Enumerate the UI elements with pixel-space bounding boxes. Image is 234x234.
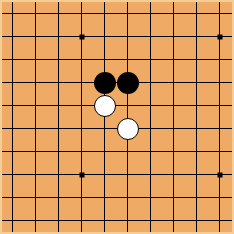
board-cell[interactable]	[208, 71, 231, 94]
board-cell[interactable]	[24, 25, 47, 48]
board-cell[interactable]	[24, 163, 47, 186]
board-cell[interactable]	[162, 117, 185, 140]
board-cell[interactable]	[185, 71, 208, 94]
star-point	[217, 172, 222, 177]
board-cell[interactable]	[208, 94, 231, 117]
star-point	[79, 34, 84, 39]
board-cell[interactable]	[2, 209, 24, 232]
board-cell[interactable]	[70, 94, 93, 117]
board-cell[interactable]	[70, 186, 93, 209]
board-cell[interactable]	[47, 71, 70, 94]
go-board	[2, 2, 232, 232]
board-cell[interactable]	[162, 186, 185, 209]
board-cell[interactable]	[93, 140, 116, 163]
board-cell[interactable]	[93, 48, 116, 71]
board-cell[interactable]	[70, 163, 93, 186]
board-cell[interactable]	[24, 48, 47, 71]
white-stone	[117, 118, 139, 140]
board-cell[interactable]	[47, 117, 70, 140]
board-cell[interactable]	[162, 163, 185, 186]
board-cell[interactable]	[116, 25, 139, 48]
board-cell[interactable]	[208, 209, 231, 232]
board-cell[interactable]	[70, 25, 93, 48]
board-cell[interactable]	[208, 117, 231, 140]
board-cell[interactable]	[93, 163, 116, 186]
board-cell[interactable]	[2, 94, 24, 117]
board-cell[interactable]	[47, 2, 70, 25]
board-cell[interactable]	[47, 48, 70, 71]
board-cell[interactable]	[116, 209, 139, 232]
board-cell[interactable]	[139, 2, 162, 25]
go-board-diagram	[0, 0, 234, 234]
board-cell[interactable]	[208, 163, 231, 186]
board-cell[interactable]	[70, 117, 93, 140]
board-cell[interactable]	[139, 186, 162, 209]
board-cell[interactable]	[93, 186, 116, 209]
board-cell[interactable]	[2, 163, 24, 186]
board-cell[interactable]	[208, 48, 231, 71]
board-cell[interactable]	[24, 94, 47, 117]
star-point	[217, 34, 222, 39]
board-cell[interactable]	[24, 71, 47, 94]
board-cell[interactable]	[162, 140, 185, 163]
board-cell[interactable]	[70, 71, 93, 94]
board-cell[interactable]	[208, 140, 231, 163]
board-cell[interactable]	[47, 140, 70, 163]
board-cell[interactable]	[93, 209, 116, 232]
board-cell[interactable]	[70, 2, 93, 25]
board-cell[interactable]	[116, 94, 139, 117]
board-cell[interactable]	[47, 186, 70, 209]
board-cell[interactable]	[185, 2, 208, 25]
board-cell[interactable]	[93, 94, 116, 117]
board-cell[interactable]	[139, 140, 162, 163]
board-cell[interactable]	[208, 2, 231, 25]
board-cell[interactable]	[116, 140, 139, 163]
board-cell[interactable]	[162, 94, 185, 117]
board-cell[interactable]	[208, 186, 231, 209]
board-cell[interactable]	[185, 117, 208, 140]
board-cell[interactable]	[139, 163, 162, 186]
board-cell[interactable]	[24, 186, 47, 209]
board-cell[interactable]	[70, 48, 93, 71]
board-cell[interactable]	[208, 25, 231, 48]
board-cell[interactable]	[185, 48, 208, 71]
board-cell[interactable]	[2, 186, 24, 209]
board-cell[interactable]	[47, 94, 70, 117]
board-cell[interactable]	[2, 71, 24, 94]
board-cell[interactable]	[162, 25, 185, 48]
board-cell[interactable]	[116, 163, 139, 186]
board-cell[interactable]	[185, 94, 208, 117]
black-stone	[94, 72, 116, 94]
black-stone	[117, 72, 139, 94]
board-cell[interactable]	[93, 2, 116, 25]
board-cell[interactable]	[70, 140, 93, 163]
board-cell[interactable]	[116, 71, 139, 94]
board-cell[interactable]	[162, 71, 185, 94]
board-cell[interactable]	[139, 117, 162, 140]
board-cell[interactable]	[93, 117, 116, 140]
board-grid	[2, 2, 231, 232]
board-cell[interactable]	[116, 2, 139, 25]
board-cell[interactable]	[24, 140, 47, 163]
board-cell[interactable]	[139, 209, 162, 232]
board-cell[interactable]	[2, 117, 24, 140]
board-cell[interactable]	[47, 25, 70, 48]
board-cell[interactable]	[2, 25, 24, 48]
board-cell[interactable]	[139, 94, 162, 117]
board-cell[interactable]	[162, 2, 185, 25]
board-cell[interactable]	[185, 140, 208, 163]
board-cell[interactable]	[93, 25, 116, 48]
board-cell[interactable]	[2, 48, 24, 71]
board-cell[interactable]	[70, 209, 93, 232]
board-cell[interactable]	[47, 209, 70, 232]
board-cell[interactable]	[162, 209, 185, 232]
board-cell[interactable]	[116, 48, 139, 71]
board-cell[interactable]	[185, 209, 208, 232]
board-cell[interactable]	[116, 186, 139, 209]
board-cell[interactable]	[139, 25, 162, 48]
board-cell[interactable]	[2, 2, 24, 25]
board-cell[interactable]	[185, 25, 208, 48]
board-cell[interactable]	[24, 117, 47, 140]
board-cell[interactable]	[139, 71, 162, 94]
board-cell[interactable]	[139, 48, 162, 71]
board-cell[interactable]	[185, 186, 208, 209]
board-cell[interactable]	[116, 117, 139, 140]
star-point	[79, 172, 84, 177]
board-cell[interactable]	[24, 209, 47, 232]
board-cell[interactable]	[2, 140, 24, 163]
white-stone	[94, 95, 116, 117]
board-cell[interactable]	[185, 163, 208, 186]
board-cell[interactable]	[24, 2, 47, 25]
board-cell[interactable]	[162, 48, 185, 71]
board-cell[interactable]	[93, 71, 116, 94]
board-cell[interactable]	[47, 163, 70, 186]
